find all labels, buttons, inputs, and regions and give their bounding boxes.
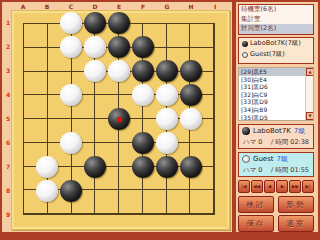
board-cell-G3[interactable]	[155, 59, 179, 83]
board-cell-C7[interactable]	[59, 155, 83, 179]
stone-white-C4	[60, 84, 82, 106]
board-cell-E1[interactable]	[107, 11, 131, 35]
board-cell-C3[interactable]	[59, 59, 83, 83]
black-stone-icon	[242, 41, 248, 47]
board-cell-H7[interactable]	[179, 155, 203, 179]
column-label-D: D	[90, 3, 100, 10]
board-cell-A3[interactable]	[11, 59, 35, 83]
column-label-F: F	[138, 3, 148, 10]
captures-count: ハマ 0	[243, 137, 263, 147]
board-cell-I3[interactable]	[203, 59, 227, 83]
board-cell-H3[interactable]	[179, 59, 203, 83]
black-stone-icon	[242, 127, 250, 135]
board-cell-G6[interactable]	[155, 131, 179, 155]
board-cell-H2[interactable]	[179, 35, 203, 59]
board-cell-I7[interactable]	[203, 155, 227, 179]
board-cell-I1[interactable]	[203, 11, 227, 35]
side-panel: 待機室(6名)集計室対局室(2名) LaboBot7K(7級)Guest(7級)…	[236, 2, 318, 232]
board-cell-D9[interactable]	[83, 203, 107, 227]
stone-white-D2	[84, 36, 106, 58]
board-cell-C4[interactable]	[59, 83, 83, 107]
move-item-2[interactable]: [30]白E4	[239, 76, 307, 84]
move-item-3[interactable]: [31]黒D6	[239, 83, 307, 91]
board-cell-B8[interactable]	[35, 179, 59, 203]
scroll-down-icon[interactable]: ▼	[306, 112, 314, 120]
move-item-5[interactable]: [33]黒D9	[239, 98, 307, 106]
board-cell-E5[interactable]	[107, 107, 131, 131]
stone-black-E2	[108, 36, 130, 58]
board-cell-D4[interactable]	[83, 83, 107, 107]
stone-black-H3	[180, 60, 202, 82]
column-label-B: B	[42, 3, 52, 10]
board-cell-B5[interactable]	[35, 107, 59, 131]
board-cell-A5[interactable]	[11, 107, 35, 131]
clock-player-rank: 7級	[277, 154, 288, 164]
player-item-black: LaboBot7K(7級)	[239, 38, 313, 49]
stone-white-G4	[156, 84, 178, 106]
board-cell-D6[interactable]	[83, 131, 107, 155]
stone-black-F2	[132, 36, 154, 58]
stone-white-C1	[60, 12, 82, 34]
nav-forward-button[interactable]: ▶	[276, 180, 288, 193]
board-cell-D5[interactable]	[83, 107, 107, 131]
board-cell-E9[interactable]	[107, 203, 131, 227]
board-cell-F6[interactable]	[131, 131, 155, 155]
board-cell-G7[interactable]	[155, 155, 179, 179]
scroll-up-icon[interactable]: ▲	[306, 68, 314, 76]
board-cell-A8[interactable]	[11, 179, 35, 203]
stone-white-D3	[84, 60, 106, 82]
stone-white-B7	[36, 156, 58, 178]
column-label-H: H	[186, 3, 196, 10]
board-cell-B6[interactable]	[35, 131, 59, 155]
board-cell-A1[interactable]	[11, 11, 35, 35]
board-cell-A2[interactable]	[11, 35, 35, 59]
board-cell-C9[interactable]	[59, 203, 83, 227]
board-cell-E3[interactable]	[107, 59, 131, 83]
stone-white-G5	[156, 108, 178, 130]
stone-white-C6	[60, 132, 82, 154]
board-cell-A9[interactable]	[11, 203, 35, 227]
stone-black-C8	[60, 180, 82, 202]
board-cell-B1[interactable]	[35, 11, 59, 35]
room-item-2[interactable]: 集計室	[239, 15, 313, 25]
board-cell-C1[interactable]	[59, 11, 83, 35]
column-label-C: C	[66, 3, 76, 10]
board-cell-E6[interactable]	[107, 131, 131, 155]
board-cell-F8[interactable]	[131, 179, 155, 203]
board-cell-E7[interactable]	[107, 155, 131, 179]
board-cell-A6[interactable]	[11, 131, 35, 155]
room-list[interactable]: 待機室(6名)集計室対局室(2名)	[238, 4, 314, 35]
room-item-1[interactable]: 待機室(6名)	[239, 5, 313, 15]
stone-white-F4	[132, 84, 154, 106]
board-cell-A4[interactable]	[11, 83, 35, 107]
stone-white-E3	[108, 60, 130, 82]
time-remaining: / 時間 01:55	[271, 165, 309, 175]
board-cell-F4[interactable]	[131, 83, 155, 107]
clock-white-player: Guest 7級 ハマ 0 / 時間 01:55	[238, 152, 314, 177]
board-cell-B9[interactable]	[35, 203, 59, 227]
board-cell-A7[interactable]	[11, 155, 35, 179]
board-cell-F2[interactable]	[131, 35, 155, 59]
board-cell-G1[interactable]	[155, 11, 179, 35]
board-cell-G4[interactable]	[155, 83, 179, 107]
board-cell-H6[interactable]	[179, 131, 203, 155]
column-label-G: G	[162, 3, 172, 10]
board-cell-I5[interactable]	[203, 107, 227, 131]
move-item-1[interactable]: [29]黒E5	[239, 68, 307, 76]
player-label: Guest(7級)	[250, 49, 285, 60]
board-cell-B4[interactable]	[35, 83, 59, 107]
board-cell-D3[interactable]	[83, 59, 107, 83]
stone-black-D7	[84, 156, 106, 178]
review-button[interactable]: 検討	[238, 196, 274, 213]
stone-black-E5	[108, 108, 130, 130]
save-button[interactable]: 保存	[238, 215, 274, 232]
board-cell-C2[interactable]	[59, 35, 83, 59]
move-item-4[interactable]: [32]白C9	[239, 91, 307, 99]
board-cell-G8[interactable]	[155, 179, 179, 203]
stone-black-F3	[132, 60, 154, 82]
nav-fast-forward-button[interactable]: ▶▶	[289, 180, 301, 193]
goban-intersections[interactable]	[11, 11, 227, 227]
player-label: LaboBot7K(7級)	[250, 38, 301, 49]
board-cell-I2[interactable]	[203, 35, 227, 59]
board-cell-C6[interactable]	[59, 131, 83, 155]
stone-black-F7	[132, 156, 154, 178]
move-navigation-bar: |◀◀◀◀▶▶▶▶|	[238, 180, 314, 193]
board-cell-C5[interactable]	[59, 107, 83, 131]
player-list: LaboBot7K(7級)Guest(7級)	[238, 37, 314, 64]
column-label-A: A	[18, 3, 28, 10]
board-cell-F9[interactable]	[131, 203, 155, 227]
move-list-scrollbar[interactable]: ▲ ▼	[305, 68, 313, 120]
clock-black-player: LaboBot7K 7級 ハマ 0 / 時間 02:38	[238, 124, 314, 149]
board-cell-E8[interactable]	[107, 179, 131, 203]
board-cell-I8[interactable]	[203, 179, 227, 203]
board-cell-H4[interactable]	[179, 83, 203, 107]
move-item-7[interactable]: [35]黒D5	[239, 114, 307, 121]
board-panel: ABCDEFGHI 123456789	[2, 2, 232, 232]
column-label-I: I	[210, 3, 220, 10]
captures-count: ハマ 0	[243, 165, 263, 175]
clock-player-rank: 7級	[294, 126, 305, 136]
column-label-E: E	[114, 3, 124, 10]
room-item-3[interactable]: 対局室(2名)	[239, 24, 313, 34]
board-cell-I4[interactable]	[203, 83, 227, 107]
stone-black-G3	[156, 60, 178, 82]
stone-black-E1	[108, 12, 130, 34]
board-cell-B3[interactable]	[35, 59, 59, 83]
board-cell-G5[interactable]	[155, 107, 179, 131]
stone-black-H4	[180, 84, 202, 106]
stone-white-C2	[60, 36, 82, 58]
board-cell-B2[interactable]	[35, 35, 59, 59]
stone-white-G6	[156, 132, 178, 154]
nav-fast-back-button[interactable]: ◀◀	[251, 180, 263, 193]
stone-black-H7	[180, 156, 202, 178]
nav-first-button[interactable]: |◀	[238, 180, 250, 193]
white-stone-icon	[242, 52, 248, 58]
board-cell-I6[interactable]	[203, 131, 227, 155]
board-cell-C8[interactable]	[59, 179, 83, 203]
board-cell-D2[interactable]	[83, 35, 107, 59]
nav-last-button[interactable]: ▶|	[302, 180, 314, 193]
board-cell-G2[interactable]	[155, 35, 179, 59]
stone-black-F6	[132, 132, 154, 154]
board-cell-D1[interactable]	[83, 11, 107, 35]
board-cell-H5[interactable]	[179, 107, 203, 131]
board-cell-E4[interactable]	[107, 83, 131, 107]
time-remaining: / 時間 02:38	[271, 137, 309, 147]
board-cell-F5[interactable]	[131, 107, 155, 131]
stone-white-B8	[36, 180, 58, 202]
board-cell-F1[interactable]	[131, 11, 155, 35]
player-item-white: Guest(7級)	[239, 49, 313, 60]
clock-player-name: LaboBot7K	[253, 127, 291, 135]
move-list[interactable]: [29]黒E5[30]白E4[31]黒D6[32]白C9[33]黒D9[34]白…	[238, 67, 314, 121]
board-cell-F3[interactable]	[131, 59, 155, 83]
board-cell-H1[interactable]	[179, 11, 203, 35]
board-cell-H9[interactable]	[179, 203, 203, 227]
stone-black-G7	[156, 156, 178, 178]
board-cell-H8[interactable]	[179, 179, 203, 203]
board-cell-D8[interactable]	[83, 179, 107, 203]
board-cell-E2[interactable]	[107, 35, 131, 59]
clock-player-name: Guest	[253, 155, 274, 163]
board-cell-B7[interactable]	[35, 155, 59, 179]
last-move-marker	[117, 117, 122, 122]
stone-black-D1	[84, 12, 106, 34]
leave-room-button[interactable]: 退室	[278, 215, 314, 232]
stone-white-H5	[180, 108, 202, 130]
evaluation-button[interactable]: 形勢	[278, 196, 314, 213]
nav-back-button[interactable]: ◀	[264, 180, 276, 193]
board-cell-G9[interactable]	[155, 203, 179, 227]
board-cell-F7[interactable]	[131, 155, 155, 179]
move-item-6[interactable]: [34]白B9	[239, 106, 307, 114]
board-cell-I9[interactable]	[203, 203, 227, 227]
white-stone-icon	[242, 155, 250, 163]
board-cell-D7[interactable]	[83, 155, 107, 179]
